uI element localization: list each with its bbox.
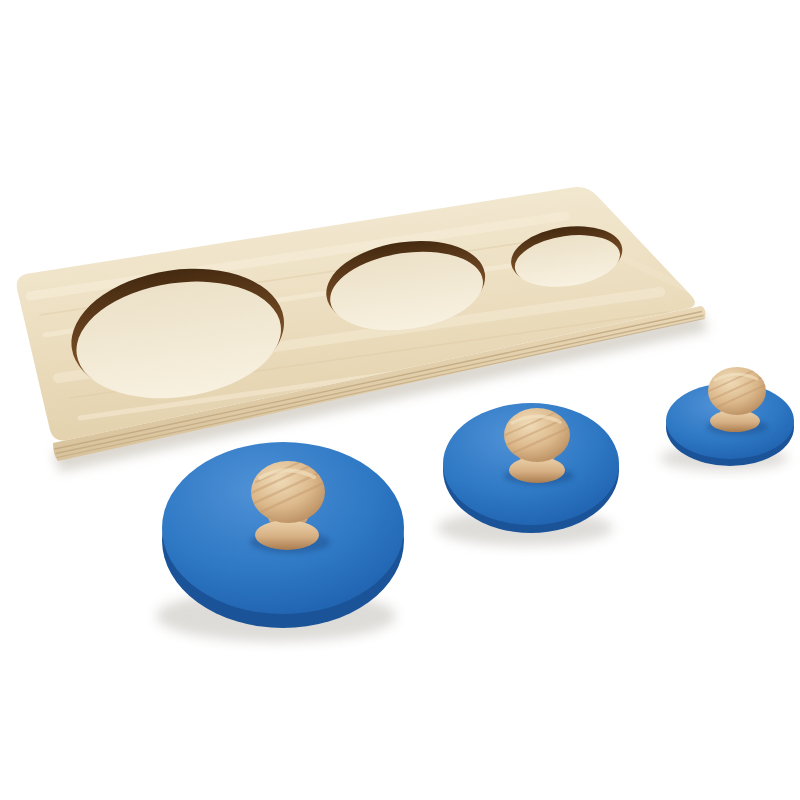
medium-circle-piece[interactable] bbox=[437, 403, 619, 546]
puzzle-scene-canvas bbox=[0, 0, 800, 800]
large-circle-piece[interactable] bbox=[156, 442, 404, 642]
product-photo-scene bbox=[0, 0, 800, 800]
knob-base bbox=[255, 520, 319, 550]
puzzle-board bbox=[17, 187, 708, 472]
small-circle-piece[interactable] bbox=[660, 365, 794, 471]
